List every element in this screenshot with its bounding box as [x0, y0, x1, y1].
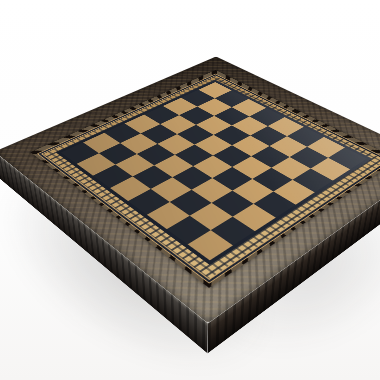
- scene: ♜♞♝♛♚♝♞♜♟♟♟♟♟♟♟♟♟♟♟♟♟♟♟♟♜♞♝♛♚♝♞♜: [0, 0, 380, 380]
- chess-box: ♜♞♝♛♚♝♞♜♟♟♟♟♟♟♟♟♟♟♟♟♟♟♟♟♜♞♝♛♚♝♞♜: [0, 57, 380, 324]
- red-rook-h8[interactable]: ♜: [314, 147, 378, 160]
- photo-backdrop: ♜♞♝♛♚♝♞♜♟♟♟♟♟♟♟♟♟♟♟♟♟♟♟♟♜♞♝♛♚♝♞♜: [0, 0, 380, 380]
